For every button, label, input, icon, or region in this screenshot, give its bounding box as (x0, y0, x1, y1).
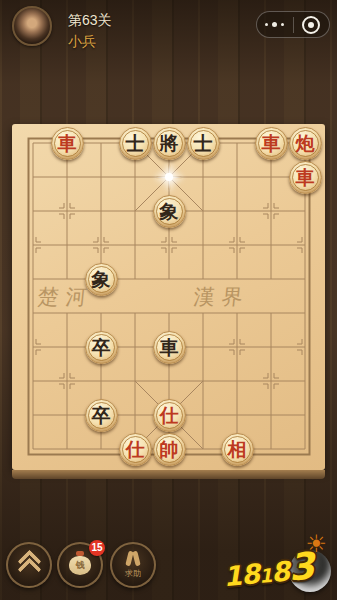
piece-red-general[interactable]: 帥 (153, 433, 186, 466)
piece-glyph: 士 (126, 133, 145, 153)
board-edge (12, 470, 325, 479)
rank-label: 小兵 (68, 33, 96, 51)
watermark-text: 18183 (221, 544, 320, 595)
piece-black-elephant[interactable]: 象 (85, 263, 118, 296)
piece-black-pawn[interactable]: 卒 (85, 331, 118, 364)
piece-red-chariot[interactable]: 車 (51, 127, 84, 160)
piece-red-chariot[interactable]: 車 (289, 161, 322, 194)
piece-glyph: 車 (160, 337, 179, 357)
piece-black-advisor[interactable]: 士 (187, 127, 220, 160)
piece-red-advisor[interactable]: 仕 (153, 399, 186, 432)
praying-hands-icon (123, 551, 143, 567)
coins-button[interactable]: 钱 15 (57, 542, 103, 588)
money-bag-icon: 钱 (69, 556, 91, 575)
piece-red-advisor[interactable]: 仕 (119, 433, 152, 466)
piece-black-elephant[interactable]: 象 (153, 195, 186, 228)
piece-red-cannon[interactable]: 炮 (289, 127, 322, 160)
more-options-button[interactable] (257, 22, 293, 27)
piece-glyph: 象 (160, 201, 179, 221)
piece-glyph: 車 (58, 133, 77, 153)
piece-glyph: 將 (160, 133, 179, 153)
help-button[interactable]: 求助 (110, 542, 156, 588)
piece-glyph: 帥 (160, 439, 179, 459)
level-label: 第63关 (68, 12, 112, 30)
piece-black-advisor[interactable]: 士 (119, 127, 152, 160)
piece-glyph: 車 (296, 167, 315, 187)
piece-glyph: 象 (92, 269, 111, 289)
piece-glyph: 仕 (126, 439, 145, 459)
piece-glyph: 卒 (92, 337, 111, 357)
piece-glyph: 相 (228, 439, 247, 459)
menu-button[interactable] (6, 542, 52, 588)
watermark-18183: ☀ 18183 (223, 534, 335, 596)
pieces-layer[interactable]: 車士將士車炮車象象卒車卒仕仕帥相 (16, 126, 322, 466)
player-avatar (12, 6, 52, 46)
piece-glyph: 卒 (92, 405, 111, 425)
piece-red-chariot[interactable]: 車 (255, 127, 288, 160)
piece-glyph: 炮 (296, 133, 315, 153)
piece-glyph: 士 (194, 133, 213, 153)
piece-black-general[interactable]: 將 (153, 127, 186, 160)
piece-glyph: 仕 (160, 405, 179, 425)
wechat-capsule (256, 11, 330, 38)
exit-miniprogram-button[interactable] (294, 16, 330, 34)
piece-red-elephant[interactable]: 相 (221, 433, 254, 466)
help-label: 求助 (125, 568, 141, 579)
piece-black-chariot[interactable]: 車 (153, 331, 186, 364)
coin-count-badge: 15 (89, 540, 105, 556)
piece-black-pawn[interactable]: 卒 (85, 399, 118, 432)
piece-glyph: 車 (262, 133, 281, 153)
target-icon (302, 16, 320, 34)
game-screen: 第63关 小兵 楚河 漢界 車士將士車炮車象象卒車卒仕仕帥相 (0, 0, 337, 600)
